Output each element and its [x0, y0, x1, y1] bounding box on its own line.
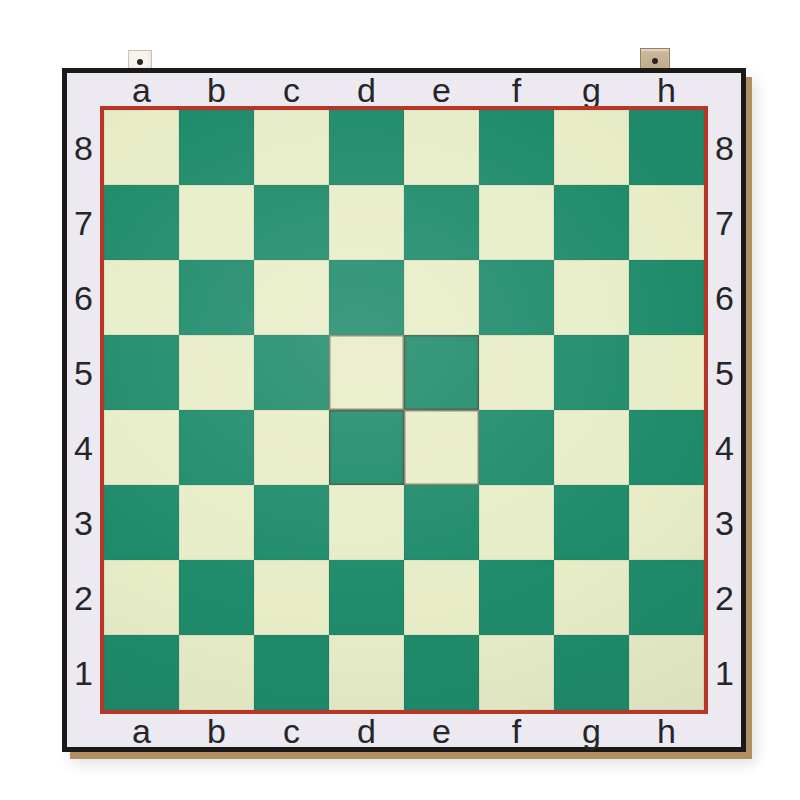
square-h5	[629, 335, 704, 410]
square-d2	[329, 560, 404, 635]
square-c7	[254, 185, 329, 260]
square-e2	[404, 560, 479, 635]
square-f8	[479, 110, 554, 185]
square-d6	[329, 260, 404, 335]
right-bracket-screw-icon	[652, 58, 658, 64]
rank-label-left-2: 2	[67, 560, 100, 635]
square-f7	[479, 185, 554, 260]
square-b2	[179, 560, 254, 635]
square-b3	[179, 485, 254, 560]
square-b6	[179, 260, 254, 335]
board-grid	[100, 106, 708, 714]
square-c4	[254, 410, 329, 485]
rank-label-left-6: 6	[67, 260, 100, 335]
file-label-bottom-h: h	[629, 714, 704, 748]
square-h8	[629, 110, 704, 185]
square-h2	[629, 560, 704, 635]
square-f4	[479, 410, 554, 485]
square-b1	[179, 635, 254, 710]
square-e7	[404, 185, 479, 260]
file-label-bottom-b: b	[179, 714, 254, 748]
rank-label-right-4: 4	[708, 410, 741, 485]
file-label-bottom-f: f	[479, 714, 554, 748]
square-g7	[554, 185, 629, 260]
square-d4	[329, 410, 404, 485]
square-e6	[404, 260, 479, 335]
square-g2	[554, 560, 629, 635]
rank-label-right-2: 2	[708, 560, 741, 635]
rank-label-right-8: 8	[708, 110, 741, 185]
square-c6	[254, 260, 329, 335]
square-b4	[179, 410, 254, 485]
square-f1	[479, 635, 554, 710]
rank-label-right-1: 1	[708, 635, 741, 710]
square-a4	[104, 410, 179, 485]
square-c8	[254, 110, 329, 185]
rank-labels-left: 87654321	[67, 110, 100, 710]
file-label-top-b: b	[179, 73, 254, 107]
square-e4	[404, 410, 479, 485]
file-label-top-a: a	[104, 73, 179, 107]
rank-label-left-7: 7	[67, 185, 100, 260]
square-d7	[329, 185, 404, 260]
square-e5	[404, 335, 479, 410]
file-label-top-h: h	[629, 73, 704, 107]
file-label-bottom-c: c	[254, 714, 329, 748]
square-a1	[104, 635, 179, 710]
rank-labels-right: 87654321	[708, 110, 741, 710]
square-b7	[179, 185, 254, 260]
square-g1	[554, 635, 629, 710]
rank-label-right-6: 6	[708, 260, 741, 335]
square-e8	[404, 110, 479, 185]
square-g4	[554, 410, 629, 485]
rank-label-left-5: 5	[67, 335, 100, 410]
file-label-top-e: e	[404, 73, 479, 107]
square-c5	[254, 335, 329, 410]
square-g8	[554, 110, 629, 185]
square-a5	[104, 335, 179, 410]
square-d1	[329, 635, 404, 710]
square-f2	[479, 560, 554, 635]
square-f5	[479, 335, 554, 410]
square-a7	[104, 185, 179, 260]
square-c3	[254, 485, 329, 560]
chessboard: abcdefgh abcdefgh 87654321 87654321	[62, 68, 746, 752]
square-h6	[629, 260, 704, 335]
rank-label-left-8: 8	[67, 110, 100, 185]
square-d8	[329, 110, 404, 185]
rank-label-right-3: 3	[708, 485, 741, 560]
file-label-bottom-e: e	[404, 714, 479, 748]
square-a3	[104, 485, 179, 560]
square-c2	[254, 560, 329, 635]
square-a8	[104, 110, 179, 185]
square-b8	[179, 110, 254, 185]
square-a6	[104, 260, 179, 335]
left-bracket-screw-icon	[137, 59, 143, 65]
square-h3	[629, 485, 704, 560]
file-label-bottom-d: d	[329, 714, 404, 748]
square-f3	[479, 485, 554, 560]
square-e1	[404, 635, 479, 710]
square-a2	[104, 560, 179, 635]
file-label-bottom-g: g	[554, 714, 629, 748]
rank-label-right-5: 5	[708, 335, 741, 410]
square-c1	[254, 635, 329, 710]
square-g6	[554, 260, 629, 335]
square-g3	[554, 485, 629, 560]
file-label-top-g: g	[554, 73, 629, 107]
file-label-bottom-a: a	[104, 714, 179, 748]
file-labels-top: abcdefgh	[104, 73, 704, 106]
file-label-top-c: c	[254, 73, 329, 107]
square-h7	[629, 185, 704, 260]
square-d3	[329, 485, 404, 560]
wall-chessboard-photo: abcdefgh abcdefgh 87654321 87654321	[0, 0, 800, 800]
square-b5	[179, 335, 254, 410]
square-f6	[479, 260, 554, 335]
rank-label-left-4: 4	[67, 410, 100, 485]
file-labels-bottom: abcdefgh	[104, 714, 704, 747]
square-e3	[404, 485, 479, 560]
rank-label-left-1: 1	[67, 635, 100, 710]
square-h1	[629, 635, 704, 710]
rank-label-right-7: 7	[708, 185, 741, 260]
square-d5	[329, 335, 404, 410]
file-label-top-f: f	[479, 73, 554, 107]
square-h4	[629, 410, 704, 485]
square-g5	[554, 335, 629, 410]
rank-label-left-3: 3	[67, 485, 100, 560]
file-label-top-d: d	[329, 73, 404, 107]
